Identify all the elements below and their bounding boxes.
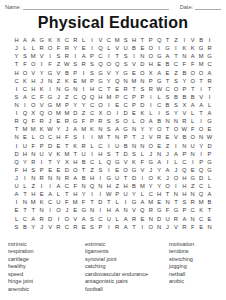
word-list-item: extrinsic [85, 241, 169, 249]
grid-cell: C [12, 78, 20, 86]
grid-cell: M [29, 53, 37, 61]
grid-cell: F [46, 61, 54, 69]
grid-cell: G [71, 118, 79, 126]
grid-cell: L [113, 199, 121, 207]
grid-cell: A [121, 224, 129, 232]
grid-cell: I [79, 69, 87, 77]
word-list-item: netball [169, 271, 226, 279]
grid-cell: I [71, 53, 79, 61]
grid-cell: W [105, 191, 113, 199]
grid-cell: M [105, 94, 113, 102]
grid-cell: Z [29, 183, 37, 191]
word-search-grid: HAAGKXCRLIVCMSHTPQTZIVBIJLLROFRYEIQLVUBE… [0, 37, 226, 232]
grid-cell: Q [21, 110, 29, 118]
grid-cell: D [71, 110, 79, 118]
grid-cell: N [79, 183, 87, 191]
grid-cell: Z [63, 94, 71, 102]
grid-cell: C [180, 159, 188, 167]
grid-cell: L [155, 94, 163, 102]
grid-cell: G [163, 45, 171, 53]
grid-cell: I [37, 61, 45, 69]
grid-cell: B [21, 224, 29, 232]
grid-cell: L [88, 142, 96, 150]
grid-cell: G [147, 159, 155, 167]
word-list-item: jogging [169, 263, 226, 271]
grid-cell: S [88, 215, 96, 223]
date-blank-line [195, 4, 221, 10]
grid-cell: A [46, 191, 54, 199]
grid-cell: R [205, 78, 213, 86]
grid-cell: H [180, 191, 188, 199]
grid-cell: Y [172, 110, 180, 118]
grid-cell: E [79, 45, 87, 53]
grid-cell: Y [197, 142, 205, 150]
grid-cell: V [121, 159, 129, 167]
grid-cell: X [29, 110, 37, 118]
worksheet-page: Name: Date: Physical Education HAAGKXCRL… [0, 0, 226, 300]
grid-cell: A [71, 126, 79, 134]
grid-cell: A [189, 53, 197, 61]
grid-cell: C [88, 102, 96, 110]
grid-cell: R [79, 142, 87, 150]
grid-cell: P [113, 94, 121, 102]
grid-cell: R [96, 118, 104, 126]
grid-cell: J [54, 94, 62, 102]
grid-cell: T [71, 151, 79, 159]
grid-cell: T [163, 78, 171, 86]
grid-cell: V [189, 37, 197, 45]
grid-cell: R [155, 134, 163, 142]
grid-cell: A [180, 215, 188, 223]
grid-cell: H [29, 78, 37, 86]
grid-cell: M [54, 110, 62, 118]
grid-cell: B [79, 175, 87, 183]
grid-cell: V [147, 134, 155, 142]
grid-cell: I [163, 159, 171, 167]
grid-cell: E [189, 167, 197, 175]
grid-cell: I [105, 102, 113, 110]
grid-cell: S [121, 61, 129, 69]
grid-cell: E [113, 102, 121, 110]
word-list-item: synovial joint [85, 256, 169, 264]
grid-cell: A [155, 69, 163, 77]
word-list-column-3: motivationtendonsstretchingjoggingnetbal… [169, 241, 226, 294]
grid-cell: M [63, 110, 71, 118]
grid-cell: E [54, 142, 62, 150]
grid-cell: D [197, 175, 205, 183]
grid-cell: S [88, 224, 96, 232]
grid-cell: P [205, 151, 213, 159]
grid-cell: U [163, 215, 171, 223]
grid-cell: W [180, 126, 188, 134]
grid-cell: I [96, 207, 104, 215]
grid-cell: Y [79, 191, 87, 199]
grid-cell: I [12, 110, 20, 118]
grid-cell: B [79, 159, 87, 167]
grid-cell: I [197, 118, 205, 126]
grid-cell: N [37, 207, 45, 215]
grid-cell: G [155, 207, 163, 215]
grid-cell: H [105, 207, 113, 215]
grid-cell: O [147, 53, 155, 61]
grid-cell: P [130, 94, 138, 102]
date-label: Date: [180, 4, 193, 10]
grid-cell: T [21, 207, 29, 215]
grid-cell: U [37, 151, 45, 159]
grid-cell: F [54, 45, 62, 53]
grid-cell: K [63, 78, 71, 86]
grid-cell: V [130, 207, 138, 215]
grid-cell: N [121, 207, 129, 215]
grid-cell: R [12, 118, 20, 126]
grid-cell: N [189, 215, 197, 223]
grid-cell: Q [12, 159, 20, 167]
word-list-item: football [85, 286, 169, 294]
grid-cell: U [121, 45, 129, 53]
grid-cell: E [79, 224, 87, 232]
grid-cell: E [155, 199, 163, 207]
grid-cell: H [29, 86, 37, 94]
grid-cell: O [138, 118, 146, 126]
grid-cell: F [63, 134, 71, 142]
grid-cell: G [205, 167, 213, 175]
name-label: Name: [5, 4, 21, 10]
grid-cell: G [96, 78, 104, 86]
grid-cell: C [21, 86, 29, 94]
grid-cell: P [180, 151, 188, 159]
grid-cell: T [46, 159, 54, 167]
grid-cell: L [12, 215, 20, 223]
grid-cell: T [197, 110, 205, 118]
grid-cell: K [37, 126, 45, 134]
grid-cell: N [121, 78, 129, 86]
grid-cell: R [54, 224, 62, 232]
grid-cell: I [105, 53, 113, 61]
grid-cell: N [113, 134, 121, 142]
grid-cell: N [96, 183, 104, 191]
name-date-row: Name: Date: [0, 0, 226, 10]
grid-cell: A [113, 126, 121, 134]
grid-cell: A [12, 191, 20, 199]
grid-cell: T [12, 61, 20, 69]
grid-cell: K [88, 126, 96, 134]
grid-cell: M [130, 78, 138, 86]
grid-cell: R [130, 215, 138, 223]
grid-cell: N [180, 53, 188, 61]
grid-cell: N [138, 53, 146, 61]
grid-cell: D [130, 175, 138, 183]
word-list-item: arobic [169, 278, 226, 286]
grid-cell: N [138, 78, 146, 86]
grid-cell: I [54, 215, 62, 223]
grid-cell: Y [113, 69, 121, 77]
grid-cell: I [46, 183, 54, 191]
grid-cell: R [37, 118, 45, 126]
grid-cell: Y [71, 102, 79, 110]
grid-cell: I [105, 167, 113, 175]
grid-cell: I [121, 199, 129, 207]
grid-cell: A [147, 118, 155, 126]
grid-cell: S [29, 167, 37, 175]
grid-cell: T [130, 134, 138, 142]
grid-cell: H [180, 175, 188, 183]
grid-cell: N [155, 224, 163, 232]
word-list-item: motivation [169, 241, 226, 249]
grid-cell: T [113, 151, 121, 159]
grid-cell: J [63, 126, 71, 134]
grid-cell: J [12, 175, 20, 183]
grid-cell: A [163, 53, 171, 61]
grid-cell: Q [105, 159, 113, 167]
word-list-item: hinge joint [8, 278, 85, 286]
grid-cell: O [96, 102, 104, 110]
grid-cell: B [130, 183, 138, 191]
grid-cell: G [46, 102, 54, 110]
grid-cell: Q [96, 45, 104, 53]
grid-cell: W [46, 126, 54, 134]
grid-cell: C [121, 94, 129, 102]
grid-cell: H [21, 151, 29, 159]
grid-cell: P [37, 142, 45, 150]
grid-cell: E [197, 224, 205, 232]
grid-cell: T [105, 199, 113, 207]
grid-cell: M [71, 199, 79, 207]
grid-cell: S [88, 69, 96, 77]
grid-cell: F [71, 183, 79, 191]
grid-cell: T [121, 175, 129, 183]
grid-cell: I [205, 94, 213, 102]
grid-cell: B [63, 69, 71, 77]
grid-cell: Y [138, 126, 146, 134]
grid-cell: P [138, 94, 146, 102]
grid-cell: K [197, 207, 205, 215]
grid-cell: D [96, 199, 104, 207]
grid-cell: E [37, 191, 45, 199]
grid-cell: K [155, 175, 163, 183]
grid-cell: F [189, 126, 197, 134]
grid-cell: I [105, 142, 113, 150]
grid-cell: A [79, 215, 87, 223]
grid-cell: A [29, 37, 37, 45]
grid-cell: P [121, 134, 129, 142]
grid-cell: M [79, 78, 87, 86]
grid-cell: R [121, 86, 129, 94]
grid-cell: S [172, 78, 180, 86]
grid-cell: I [46, 53, 54, 61]
grid-cell: V [96, 37, 104, 45]
grid-cell: D [121, 151, 129, 159]
grid-cell: O [147, 142, 155, 150]
grid-cell: E [21, 134, 29, 142]
grid-cell: U [105, 215, 113, 223]
grid-cell: O [147, 45, 155, 53]
grid-cell: E [54, 118, 62, 126]
grid-cell: E [54, 167, 62, 175]
grid-cell: E [155, 142, 163, 150]
grid-cell: F [189, 61, 197, 69]
grid-cell: S [12, 94, 20, 102]
grid-cell: Q [21, 118, 29, 126]
grid-cell: T [205, 86, 213, 94]
grid-cell: A [172, 151, 180, 159]
grid-cell: E [163, 134, 171, 142]
grid-cell: Q [79, 94, 87, 102]
grid-cell: V [180, 110, 188, 118]
grid-cell: M [63, 151, 71, 159]
grid-cell: T [172, 53, 180, 61]
grid-cell: V [138, 167, 146, 175]
grid-cell: F [138, 159, 146, 167]
grid-cell: I [88, 151, 96, 159]
grid-cell: I [79, 86, 87, 94]
grid-cell: I [172, 45, 180, 53]
grid-cell: E [46, 167, 54, 175]
grid-cell: P [37, 167, 45, 175]
grid-cell: R [63, 118, 71, 126]
grid-cell: N [71, 86, 79, 94]
grid-cell: N [29, 175, 37, 183]
grid-cell: I [12, 86, 20, 94]
grid-cell: C [155, 102, 163, 110]
grid-cell: A [121, 215, 129, 223]
grid-cell: N [12, 134, 20, 142]
grid-cell: O [147, 224, 155, 232]
grid-cell: M [138, 183, 146, 191]
grid-cell: I [197, 151, 205, 159]
grid-cell: Y [155, 183, 163, 191]
grid-cell: X [54, 37, 62, 45]
grid-cell: H [88, 86, 96, 94]
grid-cell: W [155, 86, 163, 94]
grid-cell: D [205, 142, 213, 150]
grid-cell: R [205, 45, 213, 53]
grid-cell: J [46, 118, 54, 126]
grid-cell: A [138, 199, 146, 207]
grid-cell: M [197, 53, 205, 61]
word-list-column-1: intrinsicrespirationcartilagehealthyspee… [8, 241, 85, 294]
grid-cell: G [96, 69, 104, 77]
grid-cell: P [130, 102, 138, 110]
grid-cell: T [163, 37, 171, 45]
grid-cell: S [130, 151, 138, 159]
grid-cell: K [138, 110, 146, 118]
grid-cell: N [147, 215, 155, 223]
grid-cell: B [163, 102, 171, 110]
grid-cell: H [21, 167, 29, 175]
grid-cell: O [21, 69, 29, 77]
grid-cell: R [63, 53, 71, 61]
grid-cell: C [63, 37, 71, 45]
grid-cell: L [205, 102, 213, 110]
grid-cell: T [205, 207, 213, 215]
grid-cell: G [121, 69, 129, 77]
grid-cell: H [88, 175, 96, 183]
grid-cell: S [105, 118, 113, 126]
grid-cell: T [29, 207, 37, 215]
grid-cell: S [71, 61, 79, 69]
grid-cell: Z [172, 69, 180, 77]
grid-cell: S [96, 167, 104, 175]
grid-cell: P [71, 69, 79, 77]
grid-cell: X [147, 69, 155, 77]
grid-cell: F [79, 118, 87, 126]
grid-cell: Y [71, 45, 79, 53]
grid-cell: K [54, 151, 62, 159]
grid-cell: R [37, 215, 45, 223]
grid-cell: O [29, 61, 37, 69]
grid-cell: T [130, 86, 138, 94]
grid-cell: R [29, 159, 37, 167]
word-list-item: ligaments [85, 248, 169, 256]
grid-cell: I [180, 37, 188, 45]
grid-cell: O [197, 69, 205, 77]
grid-cell: V [130, 61, 138, 69]
grid-cell: P [147, 37, 155, 45]
grid-cell: G [130, 167, 138, 175]
grid-cell: G [37, 37, 45, 45]
grid-cell: Z [54, 78, 62, 86]
grid-cell: S [163, 110, 171, 118]
grid-cell: F [29, 142, 37, 150]
grid-cell: C [63, 224, 71, 232]
grid-cell: I [147, 102, 155, 110]
grid-cell: F [180, 61, 188, 69]
grid-cell: L [189, 110, 197, 118]
grid-cell: C [96, 142, 104, 150]
grid-cell: Z [113, 183, 121, 191]
grid-cell: R [37, 175, 45, 183]
grid-cell: N [189, 191, 197, 199]
grid-cell: O [105, 61, 113, 69]
grid-cell: H [180, 183, 188, 191]
grid-cell: W [205, 134, 213, 142]
grid-cell: O [46, 45, 54, 53]
grid-cell: F [12, 167, 20, 175]
grid-cell: X [180, 102, 188, 110]
grid-cell: Q [180, 167, 188, 175]
grid-cell: J [147, 167, 155, 175]
grid-cell: I [96, 191, 104, 199]
grid-cell: T [138, 37, 146, 45]
grid-cell: R [71, 224, 79, 232]
grid-cell: Q [113, 78, 121, 86]
grid-cell: I [88, 191, 96, 199]
grid-cell: T [105, 134, 113, 142]
grid-cell: P [88, 78, 96, 86]
grid-cell: N [163, 118, 171, 126]
grid-cell: Z [189, 183, 197, 191]
grid-cell: I [12, 142, 20, 150]
grid-cell: O [172, 86, 180, 94]
grid-cell: X [63, 159, 71, 167]
grid-cell: I [37, 159, 45, 167]
word-list-item: respiration [8, 248, 85, 256]
grid-cell: O [163, 183, 171, 191]
word-list-item: cardiovascular endurance [85, 271, 169, 279]
grid-cell: S [54, 53, 62, 61]
grid-cell: C [96, 215, 104, 223]
grid-cell: F [189, 224, 197, 232]
grid-cell: S [121, 53, 129, 61]
grid-cell: M [54, 102, 62, 110]
grid-cell: J [147, 151, 155, 159]
grid-cell: I [155, 45, 163, 53]
grid-cell: C [163, 86, 171, 94]
grid-cell: G [79, 207, 87, 215]
grid-cell: O [189, 69, 197, 77]
grid-cell: T [189, 86, 197, 94]
grid-cell: G [63, 86, 71, 94]
